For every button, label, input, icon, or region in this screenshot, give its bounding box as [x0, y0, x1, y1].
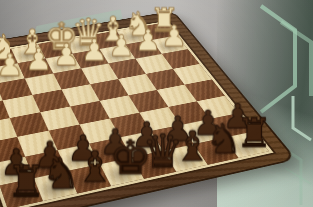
- board-grid: ♜♞♝♚♛♝♞♜♟♟♟♟♟♟♟♟♟♟♟♟♟♟♟♟♜♞♝♚♛♝♞♜: [0, 22, 269, 207]
- piece-white-pawn: ♟: [24, 45, 53, 75]
- piece-white-pawn: ♟: [0, 50, 25, 81]
- chess-set-photo: ♜♞♝♚♛♝♞♜♟♟♟♟♟♟♟♟♟♟♟♟♟♟♟♟♜♞♝♚♛♝♞♜: [0, 0, 313, 207]
- piece-white-pawn: ♟: [134, 26, 162, 55]
- board-frame: ♜♞♝♚♛♝♞♜♟♟♟♟♟♟♟♟♟♟♟♟♟♟♟♟♜♞♝♚♛♝♞♜: [0, 11, 297, 207]
- piece-white-pawn: ♟: [80, 35, 109, 65]
- square-a4: [173, 64, 212, 85]
- piece-black-bishop: ♝: [76, 146, 111, 188]
- square-e3: [53, 68, 90, 89]
- square-f4: [32, 90, 70, 113]
- piece-white-pawn: ♟: [52, 40, 81, 70]
- square-b4: [146, 69, 185, 90]
- piece-black-knight: ♞: [42, 153, 78, 196]
- piece-white-pawn: ♟: [107, 31, 136, 60]
- chess-board: ♜♞♝♚♛♝♞♜♟♟♟♟♟♟♟♟♟♟♟♟♟♟♟♟♜♞♝♚♛♝♞♜: [0, 11, 297, 207]
- piece-black-king: ♚: [109, 134, 144, 181]
- square-h8: ♜: [0, 178, 43, 207]
- piece-black-rook: ♜: [7, 160, 43, 203]
- piece-white-pawn: ♟: [160, 22, 188, 51]
- square-a5: [185, 79, 225, 101]
